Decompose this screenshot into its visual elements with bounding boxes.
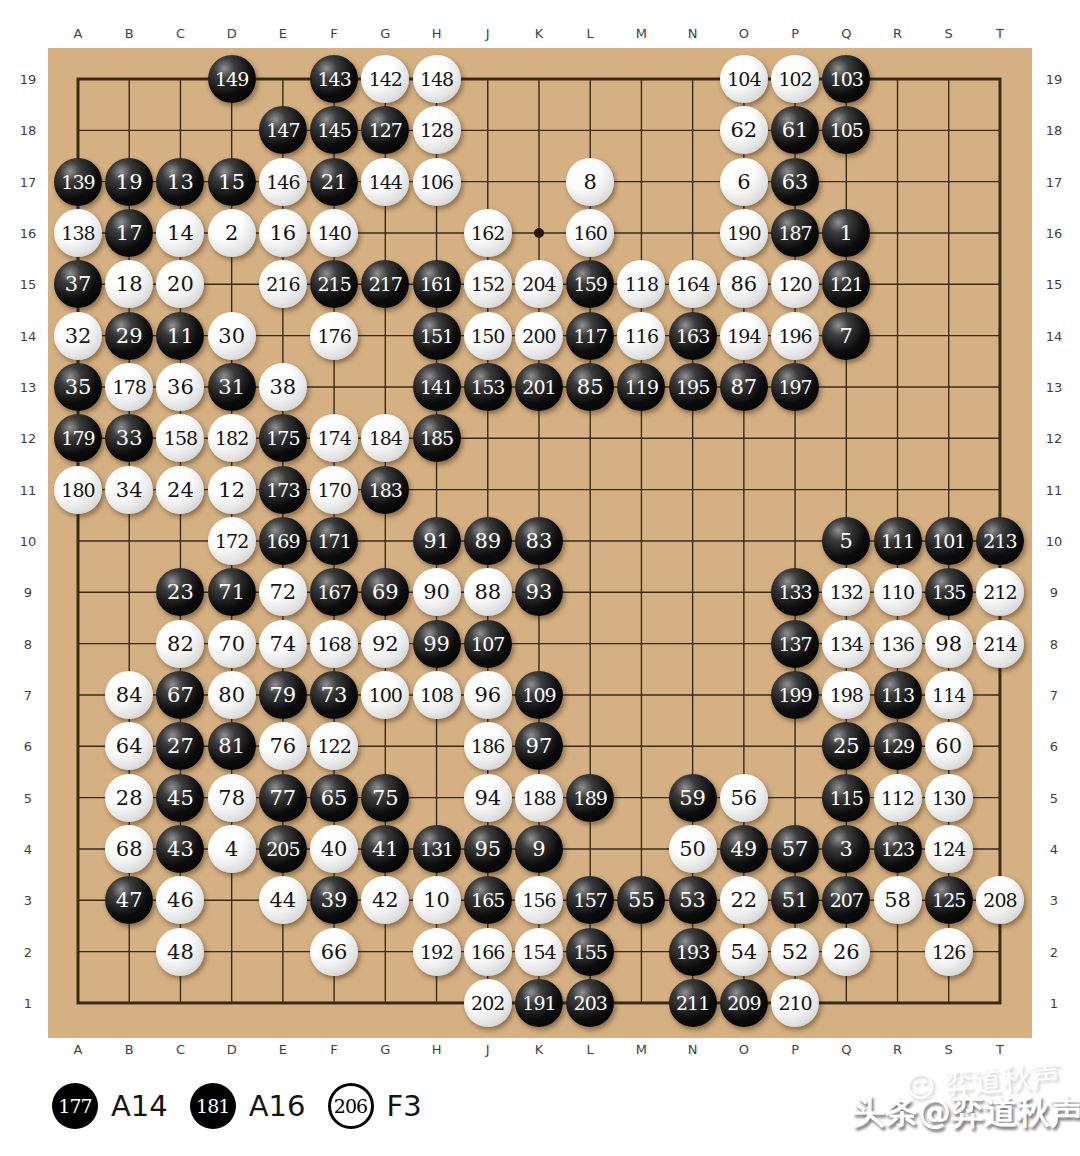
caption-stone-181: 181 [190, 1083, 236, 1129]
stone-A17-move-139: 139 [54, 158, 102, 206]
stone-P13-move-197: 197 [771, 363, 819, 411]
coord-bottom-K: K [535, 1042, 544, 1057]
stone-O16-move-190: 190 [720, 209, 768, 257]
stone-T8-move-214: 214 [976, 620, 1024, 668]
stone-D12-move-182: 182 [208, 414, 256, 462]
stone-F5-move-65: 65 [310, 774, 358, 822]
stone-J1-move-202: 202 [464, 979, 512, 1027]
coord-right-7: 7 [1050, 687, 1058, 702]
stone-F19-move-143: 143 [310, 55, 358, 103]
coord-left-10: 10 [20, 533, 37, 548]
coord-bottom-L: L [587, 1042, 594, 1057]
stone-S5-move-130: 130 [925, 774, 973, 822]
stone-E18-move-147: 147 [259, 106, 307, 154]
stone-A15-move-37: 37 [54, 260, 102, 308]
stone-O14-move-194: 194 [720, 312, 768, 360]
coord-bottom-P: P [791, 1042, 799, 1057]
stone-E12-move-175: 175 [259, 414, 307, 462]
stone-E11-move-173: 173 [259, 466, 307, 514]
coord-bottom-O: O [739, 1042, 749, 1057]
stone-D7-move-80: 80 [208, 671, 256, 719]
stone-T9-move-212: 212 [976, 568, 1024, 616]
coord-right-14: 14 [1046, 328, 1063, 343]
stone-H13-move-141: 141 [413, 363, 461, 411]
stone-G5-move-75: 75 [361, 774, 409, 822]
stone-R8-move-136: 136 [874, 620, 922, 668]
coord-right-13: 13 [1046, 379, 1063, 394]
stone-H17-move-106: 106 [413, 158, 461, 206]
stone-K13-move-201: 201 [515, 363, 563, 411]
stone-S7-move-114: 114 [925, 671, 973, 719]
kifu-page: AABBCCDDEEFFGGHHJJKKLLMMNNOOPPQQRRSSTT19… [0, 0, 1080, 1156]
stone-B5-move-28: 28 [105, 774, 153, 822]
stone-B13-move-178: 178 [105, 363, 153, 411]
stone-D5-move-78: 78 [208, 774, 256, 822]
stone-C8-move-82: 82 [156, 620, 204, 668]
coord-top-S: S [945, 26, 953, 41]
coord-top-J: J [486, 26, 490, 41]
stone-H14-move-151: 151 [413, 312, 461, 360]
stone-F17-move-21: 21 [310, 158, 358, 206]
caption-stone-206: 206 [328, 1083, 374, 1129]
stone-J16-move-162: 162 [464, 209, 512, 257]
stone-N13-move-195: 195 [669, 363, 717, 411]
stone-R5-move-112: 112 [874, 774, 922, 822]
coord-top-F: F [330, 26, 337, 41]
stone-N14-move-163: 163 [669, 312, 717, 360]
coord-left-6: 6 [24, 739, 32, 754]
stone-O13-move-87: 87 [720, 363, 768, 411]
stone-P17-move-63: 63 [771, 158, 819, 206]
coord-bottom-F: F [330, 1042, 337, 1057]
coord-bottom-T: T [996, 1042, 1004, 1057]
stone-R10-move-111: 111 [874, 517, 922, 565]
coord-right-18: 18 [1046, 123, 1063, 138]
stone-J5-move-94: 94 [464, 774, 512, 822]
coord-top-L: L [587, 26, 594, 41]
coord-right-3: 3 [1050, 893, 1058, 908]
stone-B7-move-84: 84 [105, 671, 153, 719]
stone-A12-move-179: 179 [54, 414, 102, 462]
coord-left-2: 2 [24, 944, 32, 959]
stone-H15-move-161: 161 [413, 260, 461, 308]
stone-D16-move-2: 2 [208, 209, 256, 257]
stone-H8-move-99: 99 [413, 620, 461, 668]
coord-left-19: 19 [20, 72, 37, 87]
stone-D17-move-15: 15 [208, 158, 256, 206]
stone-D4-move-4: 4 [208, 825, 256, 873]
stone-K9-move-93: 93 [515, 568, 563, 616]
coord-left-15: 15 [20, 277, 37, 292]
stone-F16-move-140: 140 [310, 209, 358, 257]
stone-J10-move-89: 89 [464, 517, 512, 565]
stone-S2-move-126: 126 [925, 928, 973, 976]
coord-top-O: O [739, 26, 749, 41]
stone-J4-move-95: 95 [464, 825, 512, 873]
coord-top-H: H [432, 26, 442, 41]
stone-T3-move-208: 208 [976, 876, 1024, 924]
caption-stone-177: 177 [52, 1083, 98, 1129]
stone-J9-move-88: 88 [464, 568, 512, 616]
stone-C14-move-11: 11 [156, 312, 204, 360]
stone-G11-move-183: 183 [361, 466, 409, 514]
stone-K3-move-156: 156 [515, 876, 563, 924]
stone-S6-move-60: 60 [925, 722, 973, 770]
stone-B16-move-17: 17 [105, 209, 153, 257]
stone-P7-move-199: 199 [771, 671, 819, 719]
stone-N15-move-164: 164 [669, 260, 717, 308]
stone-P4-move-57: 57 [771, 825, 819, 873]
stone-P2-move-52: 52 [771, 928, 819, 976]
stone-J8-move-107: 107 [464, 620, 512, 668]
stone-L16-move-160: 160 [566, 209, 614, 257]
coord-left-18: 18 [20, 123, 37, 138]
stone-J6-move-186: 186 [464, 722, 512, 770]
stone-D10-move-172: 172 [208, 517, 256, 565]
stone-Q7-move-198: 198 [822, 671, 870, 719]
coord-left-5: 5 [24, 790, 32, 805]
coord-left-12: 12 [20, 431, 37, 446]
stone-C11-move-24: 24 [156, 466, 204, 514]
stone-P3-move-51: 51 [771, 876, 819, 924]
caption-point-A14: A14 [111, 1089, 168, 1123]
stone-D9-move-71: 71 [208, 568, 256, 616]
coord-left-14: 14 [20, 328, 37, 343]
stone-L13-move-85: 85 [566, 363, 614, 411]
stone-K5-move-188: 188 [515, 774, 563, 822]
stone-H2-move-192: 192 [413, 928, 461, 976]
stone-R9-move-110: 110 [874, 568, 922, 616]
stone-E5-move-77: 77 [259, 774, 307, 822]
stone-O18-move-62: 62 [720, 106, 768, 154]
stone-P14-move-196: 196 [771, 312, 819, 360]
caption-point-F3: F3 [387, 1089, 422, 1123]
coord-left-7: 7 [24, 687, 32, 702]
coord-right-16: 16 [1046, 225, 1063, 240]
stone-L14-move-117: 117 [566, 312, 614, 360]
stone-E4-move-205: 205 [259, 825, 307, 873]
stone-K2-move-154: 154 [515, 928, 563, 976]
stone-E13-move-38: 38 [259, 363, 307, 411]
coord-bottom-A: A [74, 1042, 83, 1057]
star-point-K16 [534, 228, 544, 238]
stone-M14-move-116: 116 [617, 312, 665, 360]
stone-C5-move-45: 45 [156, 774, 204, 822]
stone-H12-move-185: 185 [413, 414, 461, 462]
repeated-moves-caption: 177A14181A16206F3 [52, 1080, 431, 1132]
stone-H4-move-131: 131 [413, 825, 461, 873]
coord-bottom-D: D [227, 1042, 237, 1057]
stone-O1-move-209: 209 [720, 979, 768, 1027]
stone-E9-move-72: 72 [259, 568, 307, 616]
stone-J14-move-150: 150 [464, 312, 512, 360]
coord-top-B: B [125, 26, 134, 41]
stone-H19-move-148: 148 [413, 55, 461, 103]
stone-G8-move-92: 92 [361, 620, 409, 668]
stone-D11-move-12: 12 [208, 466, 256, 514]
stone-H9-move-90: 90 [413, 568, 461, 616]
coord-right-6: 6 [1050, 739, 1058, 754]
stone-F4-move-40: 40 [310, 825, 358, 873]
stone-K15-move-204: 204 [515, 260, 563, 308]
coord-top-Q: Q [841, 26, 851, 41]
coord-bottom-Q: Q [841, 1042, 851, 1057]
stone-Q8-move-134: 134 [822, 620, 870, 668]
stone-R3-move-58: 58 [874, 876, 922, 924]
coord-top-N: N [688, 26, 698, 41]
coord-right-1: 1 [1050, 995, 1058, 1010]
coord-top-G: G [380, 26, 390, 41]
coord-right-8: 8 [1050, 636, 1058, 651]
coord-bottom-B: B [125, 1042, 134, 1057]
stone-T10-move-213: 213 [976, 517, 1024, 565]
coord-bottom-J: J [486, 1042, 490, 1057]
coord-left-17: 17 [20, 174, 37, 189]
coord-top-M: M [636, 26, 647, 41]
stone-E17-move-146: 146 [259, 158, 307, 206]
stone-S8-move-98: 98 [925, 620, 973, 668]
stone-O2-move-54: 54 [720, 928, 768, 976]
stone-Q14-move-7: 7 [822, 312, 870, 360]
caption-point-A16: A16 [249, 1089, 306, 1123]
coord-right-10: 10 [1046, 533, 1063, 548]
stone-P8-move-137: 137 [771, 620, 819, 668]
stone-K14-move-200: 200 [515, 312, 563, 360]
coord-bottom-G: G [380, 1042, 390, 1057]
stone-F11-move-170: 170 [310, 466, 358, 514]
stone-F10-move-171: 171 [310, 517, 358, 565]
stone-O19-move-104: 104 [720, 55, 768, 103]
stone-L2-move-155: 155 [566, 928, 614, 976]
coord-right-15: 15 [1046, 277, 1063, 292]
coord-right-5: 5 [1050, 790, 1058, 805]
stone-A13-move-35: 35 [54, 363, 102, 411]
coord-top-T: T [996, 26, 1004, 41]
stone-K1-move-191: 191 [515, 979, 563, 1027]
coord-bottom-N: N [688, 1042, 698, 1057]
stone-E6-move-76: 76 [259, 722, 307, 770]
stone-G4-move-41: 41 [361, 825, 409, 873]
stone-H7-move-108: 108 [413, 671, 461, 719]
stone-E3-move-44: 44 [259, 876, 307, 924]
stone-B17-move-19: 19 [105, 158, 153, 206]
coord-left-16: 16 [20, 225, 37, 240]
stone-O3-move-22: 22 [720, 876, 768, 924]
stone-O4-move-49: 49 [720, 825, 768, 873]
stone-B14-move-29: 29 [105, 312, 153, 360]
coord-right-4: 4 [1050, 841, 1058, 856]
coord-left-4: 4 [24, 841, 32, 856]
stone-D13-move-31: 31 [208, 363, 256, 411]
coord-left-8: 8 [24, 636, 32, 651]
stone-F8-move-168: 168 [310, 620, 358, 668]
stone-D6-move-81: 81 [208, 722, 256, 770]
stone-J2-move-166: 166 [464, 928, 512, 976]
stone-G7-move-100: 100 [361, 671, 409, 719]
stone-O5-move-56: 56 [720, 774, 768, 822]
coord-top-D: D [227, 26, 237, 41]
stone-N2-move-193: 193 [669, 928, 717, 976]
stone-Q5-move-115: 115 [822, 774, 870, 822]
stone-L17-move-8: 8 [566, 158, 614, 206]
coord-left-9: 9 [24, 585, 32, 600]
stone-B11-move-34: 34 [105, 466, 153, 514]
stone-E16-move-16: 16 [259, 209, 307, 257]
coord-top-A: A [74, 26, 83, 41]
stone-S9-move-135: 135 [925, 568, 973, 616]
stone-B4-move-68: 68 [105, 825, 153, 873]
stone-S3-move-125: 125 [925, 876, 973, 924]
coord-right-19: 19 [1046, 72, 1063, 87]
stone-D8-move-70: 70 [208, 620, 256, 668]
coord-bottom-M: M [636, 1042, 647, 1057]
coord-top-R: R [893, 26, 902, 41]
coord-right-17: 17 [1046, 174, 1063, 189]
stone-P19-move-102: 102 [771, 55, 819, 103]
stone-J15-move-152: 152 [464, 260, 512, 308]
stone-G17-move-144: 144 [361, 158, 409, 206]
coord-left-13: 13 [20, 379, 37, 394]
stone-G19-move-142: 142 [361, 55, 409, 103]
stone-J3-move-165: 165 [464, 876, 512, 924]
stone-N4-move-50: 50 [669, 825, 717, 873]
stone-N3-move-53: 53 [669, 876, 717, 924]
stone-C17-move-13: 13 [156, 158, 204, 206]
stone-K7-move-109: 109 [515, 671, 563, 719]
stone-Q10-move-5: 5 [822, 517, 870, 565]
stone-O17-move-6: 6 [720, 158, 768, 206]
stone-F7-move-73: 73 [310, 671, 358, 719]
coord-left-1: 1 [24, 995, 32, 1010]
coord-top-C: C [176, 26, 185, 41]
stone-D19-move-149: 149 [208, 55, 256, 103]
coord-bottom-H: H [432, 1042, 442, 1057]
stone-F2-move-66: 66 [310, 928, 358, 976]
stone-R6-move-129: 129 [874, 722, 922, 770]
stone-S10-move-101: 101 [925, 517, 973, 565]
coord-top-P: P [791, 26, 799, 41]
coord-right-11: 11 [1046, 482, 1063, 497]
stone-Q2-move-26: 26 [822, 928, 870, 976]
stone-J7-move-96: 96 [464, 671, 512, 719]
stone-A16-move-138: 138 [54, 209, 102, 257]
stone-Q4-move-3: 3 [822, 825, 870, 873]
stone-Q19-move-103: 103 [822, 55, 870, 103]
stone-L1-move-203: 203 [566, 979, 614, 1027]
coord-bottom-C: C [176, 1042, 185, 1057]
coord-right-2: 2 [1050, 944, 1058, 959]
stone-K4-move-9: 9 [515, 825, 563, 873]
stone-K10-move-83: 83 [515, 517, 563, 565]
stone-D14-move-30: 30 [208, 312, 256, 360]
stone-R7-move-113: 113 [874, 671, 922, 719]
stone-E7-move-79: 79 [259, 671, 307, 719]
stone-H18-move-128: 128 [413, 106, 461, 154]
coord-top-E: E [279, 26, 287, 41]
stone-R4-move-123: 123 [874, 825, 922, 873]
stone-S4-move-124: 124 [925, 825, 973, 873]
coord-bottom-E: E [279, 1042, 287, 1057]
stone-E15-move-216: 216 [259, 260, 307, 308]
stone-L5-move-189: 189 [566, 774, 614, 822]
stone-Q16-move-1: 1 [822, 209, 870, 257]
stone-J13-move-153: 153 [464, 363, 512, 411]
stone-H10-move-91: 91 [413, 517, 461, 565]
stone-E8-move-74: 74 [259, 620, 307, 668]
stone-C2-move-48: 48 [156, 928, 204, 976]
stone-A11-move-180: 180 [54, 466, 102, 514]
coord-right-12: 12 [1046, 431, 1063, 446]
stone-N1-move-211: 211 [669, 979, 717, 1027]
watermark: 头条@弈道秋声 [852, 1090, 1080, 1135]
stone-P16-move-187: 187 [771, 209, 819, 257]
stone-O15-move-86: 86 [720, 260, 768, 308]
coord-left-11: 11 [20, 482, 37, 497]
coord-top-K: K [535, 26, 544, 41]
coord-left-3: 3 [24, 893, 32, 908]
coord-right-9: 9 [1050, 585, 1058, 600]
stone-F14-move-176: 176 [310, 312, 358, 360]
coord-bottom-R: R [893, 1042, 902, 1057]
stone-P1-move-210: 210 [771, 979, 819, 1027]
coord-bottom-S: S [945, 1042, 953, 1057]
stone-H3-move-10: 10 [413, 876, 461, 924]
stone-E10-move-169: 169 [259, 517, 307, 565]
stone-K6-move-97: 97 [515, 722, 563, 770]
stone-A14-move-32: 32 [54, 312, 102, 360]
stone-N5-move-59: 59 [669, 774, 717, 822]
